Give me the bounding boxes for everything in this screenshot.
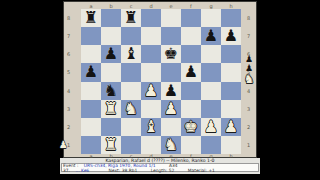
rank-label-2: 2 [67,118,81,136]
square-c3[interactable]: ♞ [121,100,141,118]
black-pawn-icon: ♟ [181,63,201,81]
square-a3[interactable] [81,100,101,118]
square-h1[interactable] [221,136,241,154]
black-pawn-icon: ♟ [221,27,241,45]
rank-label-7: 7 [67,27,81,45]
black-pawn-icon: ♟ [201,27,221,45]
square-h3[interactable] [221,100,241,118]
square-g4[interactable] [201,82,221,100]
square-d8[interactable] [141,9,161,27]
square-d5[interactable] [141,63,161,81]
rank-label-6: 6 [67,45,81,63]
square-e6[interactable]: ♚ [161,45,181,63]
white-pawn-icon: ♟ [141,82,161,100]
square-c8[interactable]: ♜ [121,9,141,27]
square-f3[interactable] [181,100,201,118]
rank-labels-left: 87654321 [66,9,81,154]
chess-board: ♜♜♟♟♟♝♚♟♟♞♟♟♜♞♟♝♚♟♟♜♞ [81,9,241,154]
square-a2[interactable] [81,118,101,136]
square-a7[interactable] [81,27,101,45]
chess-board-frame: abcdefgh abcdefgh 87654321 87654321 ♜♜♟♟… [63,1,257,158]
square-d1[interactable] [141,136,161,154]
square-a5[interactable]: ♟ [81,63,101,81]
square-b7[interactable] [101,27,121,45]
square-a8[interactable]: ♜ [81,9,101,27]
black-pawn-icon: ♟ [81,63,101,81]
move-status-line: 37. ... Ke6 Next: 38.Rb1 Length: 52 Mate… [63,169,257,174]
square-b8[interactable] [101,9,121,27]
square-b5[interactable] [101,63,121,81]
rank-label-3: 3 [67,100,81,118]
rank-label-7: 7 [247,27,261,45]
square-f6[interactable] [181,45,201,63]
square-g1[interactable] [201,136,221,154]
square-d4[interactable]: ♟ [141,82,161,100]
square-h8[interactable] [221,9,241,27]
white-pawn-icon: ♟ [201,118,221,136]
white-knight-icon: ♞ [161,136,181,154]
square-h5[interactable] [221,63,241,81]
square-h2[interactable]: ♟ [221,118,241,136]
square-e3[interactable]: ♟ [161,100,181,118]
square-d2[interactable]: ♝ [141,118,161,136]
captured-white-pawn-icon: ♟ [59,139,68,151]
game-details-box: Event : URS-ch34, Riga 1970, Round 1/1 A… [61,163,259,172]
rank-label-4: 4 [67,82,81,100]
square-e1[interactable]: ♞ [161,136,181,154]
square-g5[interactable] [201,63,221,81]
captured-white-knight-icon: ♞ [244,73,255,85]
material-balance: Material: +1 [188,169,215,174]
square-a4[interactable] [81,82,101,100]
current-move: ... Ke6 [75,169,89,174]
square-f7[interactable] [181,27,201,45]
black-rook-icon: ♜ [81,9,101,27]
black-bishop-icon: ♝ [121,45,141,63]
black-pawn-icon: ♟ [161,82,181,100]
square-e7[interactable] [161,27,181,45]
rank-label-1: 1 [247,136,261,154]
rank-label-2: 2 [247,118,261,136]
square-g2[interactable]: ♟ [201,118,221,136]
video-frame: abcdefgh abcdefgh 87654321 87654321 ♜♜♟♟… [0,0,320,180]
move-number: 37. [63,169,70,174]
black-pawn-icon: ♟ [101,45,121,63]
game-length: Length: 52 [151,169,175,174]
white-king-icon: ♚ [181,118,201,136]
square-c5[interactable] [121,63,141,81]
square-g8[interactable] [201,9,221,27]
square-c7[interactable] [121,27,141,45]
black-king-icon: ♚ [161,45,181,63]
square-d6[interactable] [141,45,161,63]
black-knight-icon: ♞ [101,82,121,100]
square-g7[interactable]: ♟ [201,27,221,45]
game-info-panel: Kasparian, Rafael d (????) -- Milenko, R… [60,158,260,174]
rank-label-8: 8 [247,9,261,27]
square-d3[interactable] [141,100,161,118]
square-a1[interactable] [81,136,101,154]
rank-label-1: 1 [67,136,81,154]
square-h4[interactable] [221,82,241,100]
rank-label-8: 8 [67,9,81,27]
square-c2[interactable] [121,118,141,136]
white-knight-icon: ♞ [121,100,141,118]
square-e8[interactable] [161,9,181,27]
rank-label-5: 5 [67,63,81,81]
square-b6[interactable]: ♟ [101,45,121,63]
rank-label-3: 3 [247,100,261,118]
square-g6[interactable] [201,45,221,63]
square-f1[interactable] [181,136,201,154]
next-move: Next: 38.Rb1 [109,169,138,174]
square-e4[interactable]: ♟ [161,82,181,100]
square-f5[interactable]: ♟ [181,63,201,81]
square-g3[interactable] [201,100,221,118]
square-e2[interactable] [161,118,181,136]
square-h6[interactable] [221,45,241,63]
square-b3[interactable]: ♜ [101,100,121,118]
square-h7[interactable]: ♟ [221,27,241,45]
white-bishop-icon: ♝ [141,118,161,136]
square-c6[interactable]: ♝ [121,45,141,63]
square-a6[interactable] [81,45,101,63]
square-e5[interactable] [161,63,181,81]
square-b2[interactable] [101,118,121,136]
captured-material-tray: ♟♟♞ [240,55,258,85]
square-f2[interactable]: ♚ [181,118,201,136]
square-c4[interactable] [121,82,141,100]
white-rook-icon: ♜ [101,100,121,118]
square-c1[interactable] [121,136,141,154]
square-f4[interactable] [181,82,201,100]
square-f8[interactable] [181,9,201,27]
square-b4[interactable]: ♞ [101,82,121,100]
square-b1[interactable]: ♜ [101,136,121,154]
black-rook-icon: ♜ [121,9,141,27]
white-pawn-icon: ♟ [221,118,241,136]
white-rook-icon: ♜ [101,136,121,154]
square-d7[interactable] [141,27,161,45]
white-pawn-icon: ♟ [161,100,181,118]
